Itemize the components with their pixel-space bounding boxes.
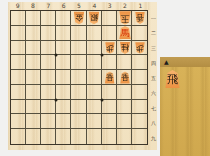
board-cell[interactable] xyxy=(132,70,147,85)
board-cell[interactable] xyxy=(71,55,86,70)
star-point xyxy=(101,54,104,57)
board-cell[interactable] xyxy=(102,114,117,129)
board-cell[interactable] xyxy=(102,129,117,144)
board-cell[interactable] xyxy=(87,129,102,144)
piece-glyph: 桂 xyxy=(121,42,129,53)
board-cell[interactable] xyxy=(56,26,71,41)
star-point xyxy=(55,99,58,102)
piece-glyph: 香 xyxy=(106,72,114,83)
board-cell[interactable] xyxy=(41,26,56,41)
file-label: 2 xyxy=(117,2,132,10)
sente-turn-marker: ▲ xyxy=(160,57,169,67)
piece-glyph: 銀 xyxy=(90,12,98,23)
board-cell[interactable] xyxy=(26,85,41,100)
board-cell[interactable] xyxy=(41,100,56,115)
board-cell[interactable] xyxy=(56,114,71,129)
file-label: 3 xyxy=(102,2,117,10)
hand-piece-飛[interactable]: 飛 xyxy=(165,70,180,88)
board-cell[interactable] xyxy=(117,129,132,144)
board-cell[interactable] xyxy=(71,70,86,85)
board-cell[interactable] xyxy=(117,85,132,100)
rank-label: 九 xyxy=(150,130,157,145)
board-cell[interactable] xyxy=(132,26,147,41)
board-cell[interactable] xyxy=(26,129,41,144)
star-point xyxy=(55,54,58,57)
board-cell[interactable] xyxy=(132,100,147,115)
file-label: 7 xyxy=(41,2,56,10)
board-cell[interactable] xyxy=(102,26,117,41)
piece-glyph: 歩 xyxy=(136,42,144,53)
board-cell[interactable] xyxy=(56,41,71,56)
board-cell[interactable] xyxy=(87,114,102,129)
board-cell[interactable] xyxy=(87,41,102,56)
board-cell[interactable] xyxy=(87,55,102,70)
board-cell[interactable] xyxy=(41,11,56,26)
board-cell[interactable] xyxy=(56,55,71,70)
shogi-diagram: 987654321 一二三四五六七八九 金銀玉香馬歩桂歩香香 ▲ 飛 xyxy=(0,0,210,156)
file-label: 5 xyxy=(71,2,86,10)
board-cell[interactable] xyxy=(87,100,102,115)
piece-glyph: 馬 xyxy=(121,26,130,39)
board-cell[interactable] xyxy=(71,85,86,100)
file-label: 6 xyxy=(56,2,71,10)
board-cell[interactable] xyxy=(11,114,26,129)
board-cell[interactable] xyxy=(71,41,86,56)
board-cell[interactable] xyxy=(11,85,26,100)
rank-label: 五 xyxy=(150,70,157,85)
board-cell[interactable] xyxy=(11,11,26,26)
board-cell[interactable] xyxy=(26,114,41,129)
file-label: 8 xyxy=(25,2,40,10)
piece-glyph: 香 xyxy=(136,12,144,23)
board-cell[interactable] xyxy=(26,26,41,41)
board-cell[interactable] xyxy=(117,55,132,70)
board-cell[interactable] xyxy=(11,129,26,144)
rank-label: 六 xyxy=(150,85,157,100)
board-cell[interactable] xyxy=(56,100,71,115)
board-cell[interactable] xyxy=(87,85,102,100)
board-cell[interactable] xyxy=(132,85,147,100)
board-cell[interactable] xyxy=(11,100,26,115)
board-cell[interactable] xyxy=(102,100,117,115)
file-label: 9 xyxy=(10,2,25,10)
board-cell[interactable] xyxy=(117,114,132,129)
board-cell[interactable] xyxy=(132,114,147,129)
sente-hand-stand: 飛 xyxy=(160,67,210,156)
board-cell[interactable] xyxy=(26,41,41,56)
piece-glyph: 香 xyxy=(121,72,129,83)
board-cell[interactable] xyxy=(26,55,41,70)
board-cell[interactable] xyxy=(71,114,86,129)
board-cell[interactable] xyxy=(41,55,56,70)
board-cell[interactable] xyxy=(56,70,71,85)
rank-coordinate-labels: 一二三四五六七八九 xyxy=(150,10,157,145)
board-cell[interactable] xyxy=(71,26,86,41)
board-cell[interactable] xyxy=(102,11,117,26)
file-coordinate-labels: 987654321 xyxy=(10,2,148,10)
rank-label: 七 xyxy=(150,100,157,115)
piece-glyph: 玉 xyxy=(121,11,130,24)
board-cell[interactable] xyxy=(11,26,26,41)
board-cell[interactable] xyxy=(87,26,102,41)
file-label: 1 xyxy=(133,2,148,10)
piece-glyph: 飛 xyxy=(167,72,178,87)
rank-label: 二 xyxy=(150,25,157,40)
board-cell[interactable] xyxy=(117,100,132,115)
board-cell[interactable] xyxy=(26,11,41,26)
rank-label: 一 xyxy=(150,10,157,25)
shogi-board: 987654321 一二三四五六七八九 金銀玉香馬歩桂歩香香 xyxy=(8,2,157,150)
rank-label: 四 xyxy=(150,55,157,70)
board-cell[interactable] xyxy=(26,100,41,115)
star-point xyxy=(101,99,104,102)
piece-glyph: 歩 xyxy=(106,42,114,53)
board-cell[interactable] xyxy=(102,55,117,70)
board-cell[interactable] xyxy=(26,70,41,85)
board-cell[interactable] xyxy=(41,85,56,100)
board-cell[interactable] xyxy=(56,11,71,26)
rank-label: 三 xyxy=(150,40,157,55)
board-cell[interactable] xyxy=(41,70,56,85)
board-cell[interactable] xyxy=(71,129,86,144)
file-label: 4 xyxy=(87,2,102,10)
board-cell[interactable] xyxy=(102,85,117,100)
board-cell[interactable] xyxy=(41,129,56,144)
board-cell[interactable] xyxy=(41,114,56,129)
board-cell[interactable] xyxy=(87,70,102,85)
rank-label: 八 xyxy=(150,115,157,130)
board-cell[interactable] xyxy=(56,85,71,100)
board-cell[interactable] xyxy=(11,55,26,70)
board-cell[interactable] xyxy=(11,41,26,56)
piece-glyph: 金 xyxy=(75,12,83,23)
sente-hand-header: ▲ xyxy=(160,57,210,67)
board-cell[interactable] xyxy=(132,129,147,144)
board-cell[interactable] xyxy=(132,55,147,70)
board-cell[interactable] xyxy=(11,70,26,85)
board-cell[interactable] xyxy=(71,100,86,115)
board-cell[interactable] xyxy=(56,129,71,144)
